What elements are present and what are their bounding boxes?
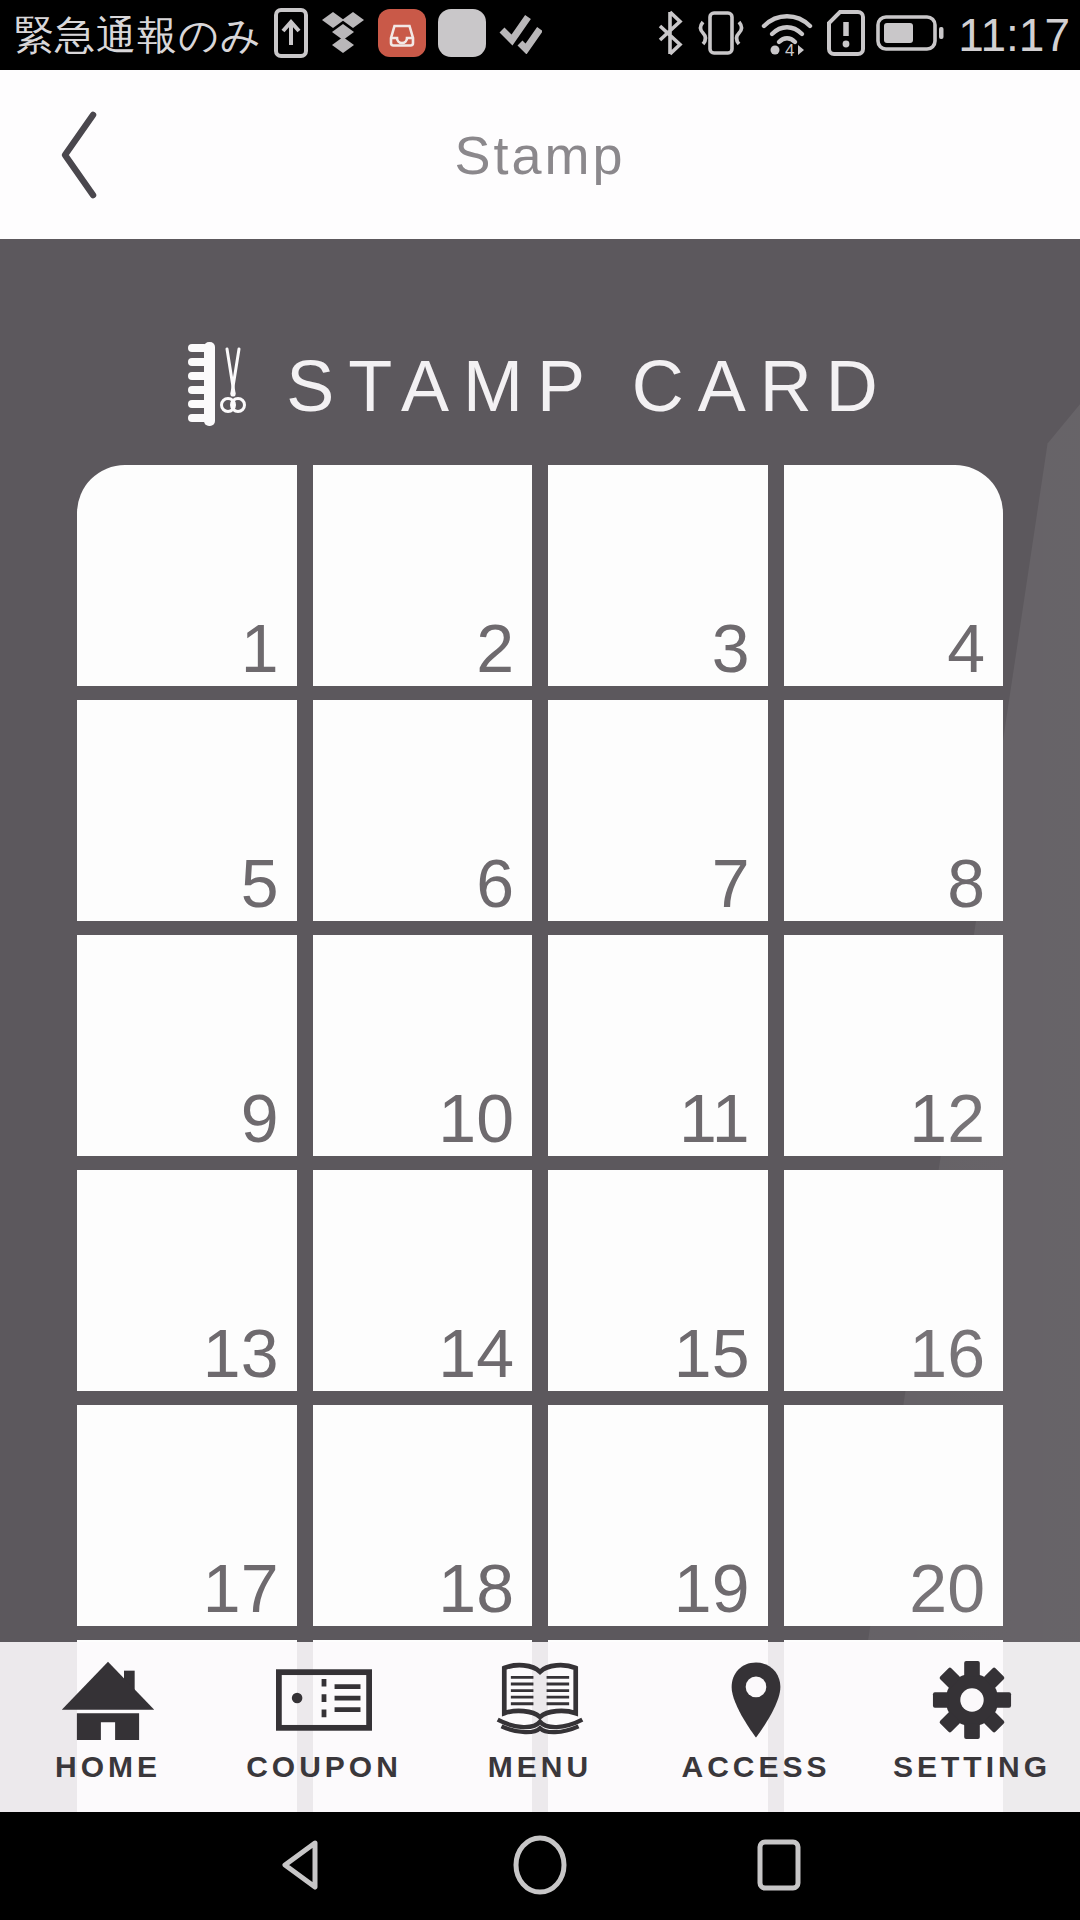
stamp-cell-14: 14 xyxy=(313,1170,533,1391)
stamp-cell-number: 4 xyxy=(947,613,985,684)
stamp-cell-11: 11 xyxy=(548,935,768,1156)
nav-item-setting[interactable]: SETTING xyxy=(864,1642,1080,1812)
stamp-cell-9: 9 xyxy=(77,935,297,1156)
stamp-cell-number: 5 xyxy=(241,848,279,919)
menu-icon xyxy=(493,1656,587,1744)
stamp-cell-6: 6 xyxy=(313,700,533,921)
stamp-cell-8: 8 xyxy=(784,700,1004,921)
sim-alert-icon xyxy=(826,9,866,61)
stamp-cell-12: 12 xyxy=(784,935,1004,1156)
recents-square-icon xyxy=(755,1837,803,1896)
android-recents-button[interactable] xyxy=(755,1837,803,1896)
stamp-cell-number: 18 xyxy=(438,1553,514,1624)
nav-label: ACCESS xyxy=(681,1750,830,1784)
bluetooth-icon xyxy=(656,10,684,60)
stamp-cell-number: 3 xyxy=(712,613,750,684)
back-triangle-icon xyxy=(277,1837,325,1896)
android-back-button[interactable] xyxy=(277,1837,325,1896)
wifi-icon: 4 xyxy=(758,9,816,61)
stamp-cell-number: 1 xyxy=(241,613,279,684)
nav-item-home[interactable]: HOME xyxy=(0,1642,216,1812)
wifi-badge-4: 4 xyxy=(785,41,794,57)
stamp-cell-19: 19 xyxy=(548,1405,768,1626)
status-left: 緊急通報のみ xyxy=(0,8,542,63)
stamp-cell-10: 10 xyxy=(313,935,533,1156)
stamp-cell-number: 8 xyxy=(947,848,985,919)
clock-text: 11:17 xyxy=(958,8,1070,62)
stamp-cell-1: 1 xyxy=(77,465,297,686)
stamp-cell-number: 16 xyxy=(909,1318,985,1389)
nav-label: COUPON xyxy=(246,1750,402,1784)
access-pin-icon xyxy=(726,1656,786,1744)
nav-label: HOME xyxy=(55,1750,161,1784)
stamp-cell-16: 16 xyxy=(784,1170,1004,1391)
stamp-cell-5: 5 xyxy=(77,700,297,921)
inbox-app-icon xyxy=(378,9,426,61)
battery-icon xyxy=(876,15,944,55)
stamp-cell-number: 20 xyxy=(909,1553,985,1624)
back-chevron-icon xyxy=(55,107,101,206)
stamp-cell-2: 2 xyxy=(313,465,533,686)
stamp-cell-18: 18 xyxy=(313,1405,533,1626)
stamp-cell-number: 7 xyxy=(712,848,750,919)
stamp-cell-number: 13 xyxy=(203,1318,279,1389)
nav-item-access[interactable]: ACCESS xyxy=(648,1642,864,1812)
nav-label: MENU xyxy=(488,1750,592,1784)
coupon-icon xyxy=(276,1656,372,1744)
stamp-cell-number: 2 xyxy=(476,613,514,684)
phone-screen: 緊急通報のみ xyxy=(0,0,1080,1920)
blank-app-icon xyxy=(438,9,486,61)
app-bar: Stamp xyxy=(0,70,1080,239)
nav-item-coupon[interactable]: COUPON xyxy=(216,1642,432,1812)
comb-scissors-icon xyxy=(188,341,248,431)
card-title: STAMP CARD xyxy=(286,350,891,422)
stamp-cell-13: 13 xyxy=(77,1170,297,1391)
bottom-nav: HOME COUPON xyxy=(0,1642,1080,1812)
double-check-icon xyxy=(498,12,542,58)
setting-gear-icon xyxy=(931,1656,1013,1744)
card-header: STAMP CARD xyxy=(0,340,1080,432)
stamp-cell-4: 4 xyxy=(784,465,1004,686)
stamp-cell-15: 15 xyxy=(548,1170,768,1391)
stamp-cell-number: 9 xyxy=(241,1083,279,1154)
android-home-button[interactable] xyxy=(511,1834,569,1899)
stamp-cell-20: 20 xyxy=(784,1405,1004,1626)
stamp-cell-3: 3 xyxy=(548,465,768,686)
stamp-cell-number: 15 xyxy=(674,1318,750,1389)
nav-item-menu[interactable]: MENU xyxy=(432,1642,648,1812)
status-bar: 緊急通報のみ xyxy=(0,0,1080,70)
phone-upload-icon xyxy=(274,8,308,62)
stamp-cell-number: 11 xyxy=(679,1083,750,1154)
home-circle-icon xyxy=(511,1834,569,1899)
stamp-grid: 1234567891011121314151617181920 xyxy=(77,465,1003,1812)
stamp-cell-number: 17 xyxy=(203,1553,279,1624)
status-right: 4 11:17 xyxy=(656,8,1080,62)
home-icon xyxy=(62,1656,154,1744)
stamp-cell-17: 17 xyxy=(77,1405,297,1626)
stamp-card-content: STAMP CARD 12345678910111213141516171819… xyxy=(0,239,1080,1812)
stamp-cell-number: 10 xyxy=(438,1083,514,1154)
stamp-cell-number: 12 xyxy=(909,1083,985,1154)
android-nav-bar xyxy=(0,1812,1080,1920)
page-title: Stamp xyxy=(454,124,625,186)
emergency-calls-only-text: 緊急通報のみ xyxy=(14,8,262,63)
stamp-cell-number: 6 xyxy=(476,848,514,919)
nav-label: SETTING xyxy=(893,1750,1051,1784)
stamp-cell-number: 14 xyxy=(438,1318,514,1389)
dropbox-icon xyxy=(320,10,366,60)
stamp-cell-number: 19 xyxy=(674,1553,750,1624)
stamp-cell-7: 7 xyxy=(548,700,768,921)
vibrate-icon xyxy=(694,9,748,61)
back-button[interactable] xyxy=(48,106,108,206)
